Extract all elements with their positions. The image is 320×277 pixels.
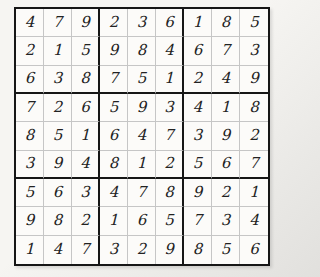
cell-r9c6[interactable]: 9 [156, 236, 184, 264]
cell-r6c5[interactable]: 1 [128, 151, 156, 179]
cell-r1c6[interactable]: 6 [156, 9, 184, 37]
cell-r6c7[interactable]: 5 [184, 151, 212, 179]
cell-r9c5[interactable]: 2 [128, 236, 156, 264]
cell-r1c7[interactable]: 1 [184, 9, 212, 37]
cell-r9c3[interactable]: 7 [72, 236, 100, 264]
cell-r6c6[interactable]: 2 [156, 151, 184, 179]
cell-r5c8[interactable]: 9 [212, 122, 240, 150]
cell-r2c2[interactable]: 1 [44, 37, 72, 65]
cell-r2c3[interactable]: 5 [72, 37, 100, 65]
cell-r9c9[interactable]: 6 [240, 236, 268, 264]
cell-r3c6[interactable]: 1 [156, 66, 184, 94]
cell-r5c4[interactable]: 6 [100, 122, 128, 150]
cell-r1c1[interactable]: 4 [16, 9, 44, 37]
cell-r8c7[interactable]: 7 [184, 207, 212, 235]
cell-r6c4[interactable]: 8 [100, 151, 128, 179]
cell-r3c7[interactable]: 2 [184, 66, 212, 94]
cell-r6c2[interactable]: 9 [44, 151, 72, 179]
cell-r6c3[interactable]: 4 [72, 151, 100, 179]
cell-r7c8[interactable]: 2 [212, 179, 240, 207]
sudoku-board: 4792361852159846736387512497265934188516… [14, 7, 270, 266]
cell-r7c2[interactable]: 6 [44, 179, 72, 207]
cell-r8c5[interactable]: 6 [128, 207, 156, 235]
cell-r7c6[interactable]: 8 [156, 179, 184, 207]
cell-r2c8[interactable]: 7 [212, 37, 240, 65]
cell-r2c6[interactable]: 4 [156, 37, 184, 65]
cell-r2c5[interactable]: 8 [128, 37, 156, 65]
cell-r3c4[interactable]: 7 [100, 66, 128, 94]
cell-r1c3[interactable]: 9 [72, 9, 100, 37]
cell-r2c4[interactable]: 9 [100, 37, 128, 65]
cell-r7c5[interactable]: 7 [128, 179, 156, 207]
cell-r3c2[interactable]: 3 [44, 66, 72, 94]
cell-r7c9[interactable]: 1 [240, 179, 268, 207]
cell-r9c7[interactable]: 8 [184, 236, 212, 264]
cell-r8c9[interactable]: 4 [240, 207, 268, 235]
cell-r4c9[interactable]: 8 [240, 94, 268, 122]
cell-r3c1[interactable]: 6 [16, 66, 44, 94]
cell-r4c6[interactable]: 3 [156, 94, 184, 122]
cell-r1c9[interactable]: 5 [240, 9, 268, 37]
cell-r5c3[interactable]: 1 [72, 122, 100, 150]
cell-r8c3[interactable]: 2 [72, 207, 100, 235]
cell-r8c8[interactable]: 3 [212, 207, 240, 235]
cell-r6c9[interactable]: 7 [240, 151, 268, 179]
cell-r5c7[interactable]: 3 [184, 122, 212, 150]
cell-r8c4[interactable]: 1 [100, 207, 128, 235]
cell-r6c1[interactable]: 3 [16, 151, 44, 179]
cell-r1c2[interactable]: 7 [44, 9, 72, 37]
cell-r4c1[interactable]: 7 [16, 94, 44, 122]
cell-r2c9[interactable]: 3 [240, 37, 268, 65]
cell-r7c1[interactable]: 5 [16, 179, 44, 207]
cell-r7c7[interactable]: 9 [184, 179, 212, 207]
cell-r9c8[interactable]: 5 [212, 236, 240, 264]
cell-r4c8[interactable]: 1 [212, 94, 240, 122]
cell-r3c8[interactable]: 4 [212, 66, 240, 94]
cell-r9c1[interactable]: 1 [16, 236, 44, 264]
cell-r4c4[interactable]: 5 [100, 94, 128, 122]
cell-r3c9[interactable]: 9 [240, 66, 268, 94]
cell-r7c4[interactable]: 4 [100, 179, 128, 207]
cell-r5c6[interactable]: 7 [156, 122, 184, 150]
cell-r5c9[interactable]: 2 [240, 122, 268, 150]
cell-r9c2[interactable]: 4 [44, 236, 72, 264]
cell-r1c4[interactable]: 2 [100, 9, 128, 37]
cell-r4c3[interactable]: 6 [72, 94, 100, 122]
cell-r7c3[interactable]: 3 [72, 179, 100, 207]
cell-r3c5[interactable]: 5 [128, 66, 156, 94]
cell-r4c5[interactable]: 9 [128, 94, 156, 122]
cell-r4c2[interactable]: 2 [44, 94, 72, 122]
cell-r8c1[interactable]: 9 [16, 207, 44, 235]
cell-r8c2[interactable]: 8 [44, 207, 72, 235]
cell-r5c2[interactable]: 5 [44, 122, 72, 150]
cell-r3c3[interactable]: 8 [72, 66, 100, 94]
cell-r9c4[interactable]: 3 [100, 236, 128, 264]
cell-r8c6[interactable]: 5 [156, 207, 184, 235]
cell-r5c1[interactable]: 8 [16, 122, 44, 150]
cell-r2c1[interactable]: 2 [16, 37, 44, 65]
cell-r2c7[interactable]: 6 [184, 37, 212, 65]
cell-r5c5[interactable]: 4 [128, 122, 156, 150]
cell-r6c8[interactable]: 6 [212, 151, 240, 179]
cell-r1c5[interactable]: 3 [128, 9, 156, 37]
cell-r4c7[interactable]: 4 [184, 94, 212, 122]
cell-r1c8[interactable]: 8 [212, 9, 240, 37]
